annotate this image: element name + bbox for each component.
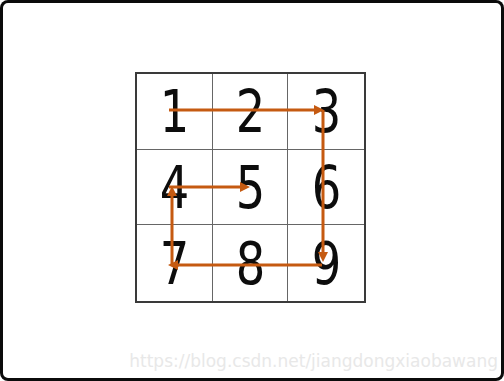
grid-cell-4: 4 bbox=[137, 150, 213, 226]
grid-cell-2: 2 bbox=[213, 74, 289, 150]
cell-number: 6 bbox=[311, 157, 341, 217]
grid-cell-6: 6 bbox=[288, 150, 364, 226]
grid-cell-5: 5 bbox=[213, 150, 289, 226]
diagram-canvas: 1 2 3 4 5 6 7 8 9 htt bbox=[0, 0, 504, 381]
grid-cell-1: 1 bbox=[137, 74, 213, 150]
grid-cell-7: 7 bbox=[137, 225, 213, 301]
watermark-url: https://blog.csdn.net/jiangdongxiaobawan… bbox=[129, 351, 498, 371]
cell-number: 8 bbox=[235, 233, 265, 293]
cell-number: 5 bbox=[235, 157, 265, 217]
grid-cell-9: 9 bbox=[288, 225, 364, 301]
cell-number: 7 bbox=[160, 233, 190, 293]
grid-cell-8: 8 bbox=[213, 225, 289, 301]
cell-number: 9 bbox=[311, 233, 341, 293]
cell-number: 4 bbox=[160, 157, 190, 217]
cell-number: 3 bbox=[311, 81, 341, 141]
number-grid: 1 2 3 4 5 6 7 8 9 bbox=[135, 72, 366, 303]
grid-cell-3: 3 bbox=[288, 74, 364, 150]
cell-number: 2 bbox=[235, 81, 265, 141]
cell-number: 1 bbox=[160, 81, 190, 141]
